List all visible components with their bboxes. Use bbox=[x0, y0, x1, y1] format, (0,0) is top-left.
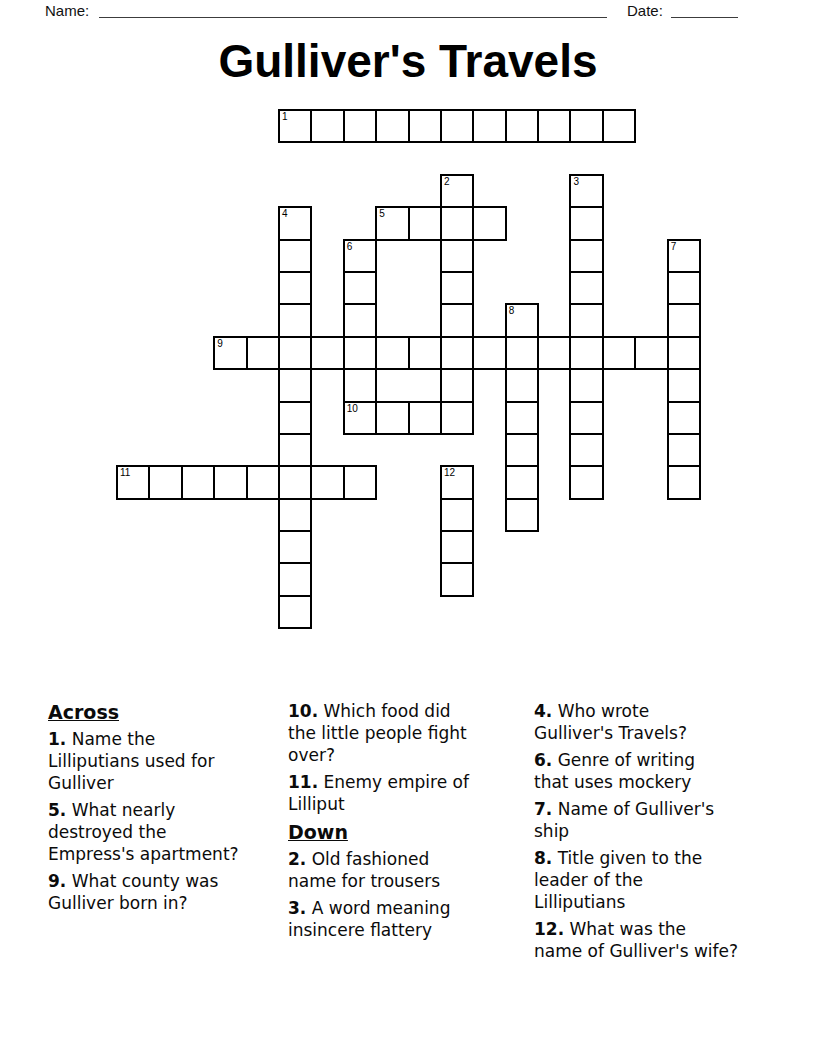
clue-2: 2. Old fashioned name for trousers bbox=[288, 848, 532, 892]
grid-cell[interactable] bbox=[506, 110, 538, 142]
grid-cell[interactable]: 2 bbox=[441, 175, 473, 207]
grid-cell[interactable] bbox=[344, 110, 376, 142]
clue-number: 6 bbox=[347, 241, 353, 252]
clue-num: 3. bbox=[288, 898, 306, 918]
grid-cell[interactable] bbox=[376, 337, 408, 369]
clue-1: 1. Name the Lilliputians used for Gulliv… bbox=[48, 728, 286, 794]
grid-cell[interactable]: 6 bbox=[344, 240, 376, 272]
grid-cell[interactable] bbox=[441, 531, 473, 563]
grid-cell[interactable] bbox=[441, 110, 473, 142]
grid-cell[interactable] bbox=[570, 110, 602, 142]
grid-cell[interactable] bbox=[279, 304, 311, 336]
grid-cell[interactable] bbox=[538, 110, 570, 142]
clue-10: 10. Which food did the little people fig… bbox=[288, 700, 532, 766]
grid-cell[interactable] bbox=[247, 466, 279, 498]
grid-cell[interactable]: 9 bbox=[214, 337, 246, 369]
grid-cell[interactable] bbox=[538, 337, 570, 369]
grid-cell[interactable] bbox=[182, 466, 214, 498]
clue-num: 1. bbox=[48, 729, 66, 749]
grid-cell[interactable] bbox=[344, 369, 376, 401]
clue-4: 4. Who wrote Gulliver's Travels? bbox=[534, 700, 814, 744]
grid-cell[interactable] bbox=[311, 110, 343, 142]
grid-cell[interactable]: 12 bbox=[441, 466, 473, 498]
grid-cell[interactable] bbox=[506, 337, 538, 369]
grid-cell[interactable] bbox=[376, 110, 408, 142]
grid-cell[interactable] bbox=[570, 402, 602, 434]
clue-number: 5 bbox=[379, 208, 385, 219]
clue-num: 2. bbox=[288, 849, 306, 869]
grid-cell[interactable] bbox=[441, 304, 473, 336]
clue-7: 7. Name of Gulliver's ship bbox=[534, 798, 814, 842]
clue-num: 8. bbox=[534, 848, 552, 868]
grid-cell[interactable]: 4 bbox=[279, 207, 311, 239]
grid-cell[interactable] bbox=[635, 337, 667, 369]
grid-cell[interactable] bbox=[506, 369, 538, 401]
clue-number: 8 bbox=[509, 305, 515, 316]
grid-cell[interactable] bbox=[473, 337, 505, 369]
grid-cell[interactable]: 8 bbox=[506, 304, 538, 336]
clue-3: 3. A word meaning insincere flattery bbox=[288, 897, 532, 941]
grid-cell[interactable] bbox=[668, 337, 700, 369]
grid-cell[interactable] bbox=[344, 272, 376, 304]
clue-number: 10 bbox=[347, 403, 358, 414]
clue-5: 5. What nearly destroyed the Empress's a… bbox=[48, 799, 286, 865]
across-header: Across bbox=[48, 700, 286, 724]
grid-cell[interactable] bbox=[279, 337, 311, 369]
clue-9: 9. What county was Gulliver born in? bbox=[48, 870, 286, 914]
grid-cell[interactable] bbox=[279, 402, 311, 434]
grid-cell[interactable] bbox=[506, 466, 538, 498]
grid-cell[interactable]: 3 bbox=[570, 175, 602, 207]
grid-cell[interactable] bbox=[344, 337, 376, 369]
down-header: Down bbox=[288, 820, 532, 844]
clue-number: 7 bbox=[671, 241, 677, 252]
clue-num: 11. bbox=[288, 772, 318, 792]
grid-cell[interactable] bbox=[311, 466, 343, 498]
clue-num: 4. bbox=[534, 701, 552, 721]
grid-cell[interactable] bbox=[668, 434, 700, 466]
grid-cell[interactable] bbox=[473, 110, 505, 142]
grid-cell[interactable] bbox=[668, 304, 700, 336]
clue-column-1: Across1. Name the Lilliputians used for … bbox=[48, 700, 286, 919]
crossword-grid: 123456789101112 bbox=[117, 110, 700, 628]
grid-cell[interactable] bbox=[441, 369, 473, 401]
grid-cell[interactable] bbox=[441, 499, 473, 531]
clue-11: 11. Enemy empire of Lilliput bbox=[288, 771, 532, 815]
grid-cell[interactable] bbox=[570, 466, 602, 498]
grid-cell[interactable] bbox=[570, 272, 602, 304]
grid-cell[interactable] bbox=[570, 434, 602, 466]
grid-cell[interactable] bbox=[344, 304, 376, 336]
grid-cell[interactable] bbox=[570, 240, 602, 272]
clue-num: 7. bbox=[534, 799, 552, 819]
clue-number: 2 bbox=[444, 176, 450, 187]
clue-column-2: 10. Which food did the little people fig… bbox=[288, 700, 532, 946]
date-blank-line[interactable] bbox=[671, 17, 738, 18]
grid-cell[interactable] bbox=[603, 337, 635, 369]
clue-6: 6. Genre of writing that uses mockery bbox=[534, 749, 814, 793]
clue-number: 9 bbox=[217, 338, 223, 349]
grid-cell[interactable] bbox=[279, 563, 311, 595]
grid-cell[interactable] bbox=[668, 369, 700, 401]
grid-cell[interactable] bbox=[279, 531, 311, 563]
page-title: Gulliver's Travels bbox=[0, 33, 816, 89]
clue-8: 8. Title given to the leader of the Lill… bbox=[534, 847, 814, 913]
grid-cell[interactable] bbox=[506, 434, 538, 466]
grid-cell[interactable]: 7 bbox=[668, 240, 700, 272]
clue-number: 4 bbox=[282, 208, 288, 219]
grid-cell[interactable]: 5 bbox=[376, 207, 408, 239]
grid-cell[interactable] bbox=[668, 272, 700, 304]
grid-cell[interactable] bbox=[409, 337, 441, 369]
clue-num: 6. bbox=[534, 750, 552, 770]
grid-cell[interactable] bbox=[247, 337, 279, 369]
grid-cell[interactable] bbox=[279, 369, 311, 401]
grid-cell[interactable] bbox=[279, 596, 311, 628]
grid-cell[interactable] bbox=[279, 272, 311, 304]
grid-cell[interactable] bbox=[149, 466, 181, 498]
grid-cell[interactable] bbox=[344, 466, 376, 498]
clue-num: 10. bbox=[288, 701, 318, 721]
grid-cell[interactable] bbox=[506, 499, 538, 531]
grid-cell[interactable] bbox=[473, 207, 505, 239]
grid-cell[interactable] bbox=[441, 272, 473, 304]
grid-cell[interactable] bbox=[409, 402, 441, 434]
clue-number: 3 bbox=[573, 176, 579, 187]
clue-num: 12. bbox=[534, 919, 564, 939]
clue-12: 12. What was the name of Gulliver's wife… bbox=[534, 918, 814, 962]
clue-number: 11 bbox=[120, 467, 130, 478]
grid-cell[interactable]: 11 bbox=[117, 466, 149, 498]
grid-cell[interactable] bbox=[441, 337, 473, 369]
worksheet-page: Name: Date: Gulliver's Travels 123456789… bbox=[0, 0, 816, 1056]
grid-cell[interactable] bbox=[441, 402, 473, 434]
grid-cell[interactable] bbox=[668, 402, 700, 434]
clue-num: 9. bbox=[48, 871, 66, 891]
grid-cell[interactable]: 10 bbox=[344, 402, 376, 434]
grid-cell[interactable] bbox=[279, 499, 311, 531]
grid-cell[interactable] bbox=[570, 337, 602, 369]
clue-number: 12 bbox=[444, 467, 455, 478]
grid-cell[interactable] bbox=[311, 337, 343, 369]
clue-column-3: 4. Who wrote Gulliver's Travels?6. Genre… bbox=[534, 700, 814, 967]
grid-cell[interactable] bbox=[668, 466, 700, 498]
grid-cell[interactable] bbox=[279, 434, 311, 466]
grid-cell[interactable] bbox=[441, 207, 473, 239]
grid-cell[interactable] bbox=[214, 466, 246, 498]
name-label: Name: bbox=[45, 2, 89, 19]
grid-cell[interactable] bbox=[409, 110, 441, 142]
grid-cell[interactable] bbox=[506, 402, 538, 434]
grid-cell[interactable] bbox=[570, 369, 602, 401]
grid-cell[interactable] bbox=[441, 240, 473, 272]
grid-cell[interactable] bbox=[409, 207, 441, 239]
grid-cell[interactable] bbox=[570, 207, 602, 239]
grid-cell[interactable] bbox=[376, 402, 408, 434]
grid-cell[interactable] bbox=[603, 110, 635, 142]
grid-cell[interactable] bbox=[279, 240, 311, 272]
grid-cell[interactable] bbox=[279, 466, 311, 498]
name-blank-line[interactable] bbox=[99, 17, 607, 18]
date-label: Date: bbox=[627, 2, 663, 19]
clue-number: 1 bbox=[282, 111, 288, 122]
grid-cell[interactable] bbox=[441, 563, 473, 595]
clue-num: 5. bbox=[48, 800, 66, 820]
grid-cell[interactable] bbox=[570, 304, 602, 336]
grid-cell[interactable]: 1 bbox=[279, 110, 311, 142]
